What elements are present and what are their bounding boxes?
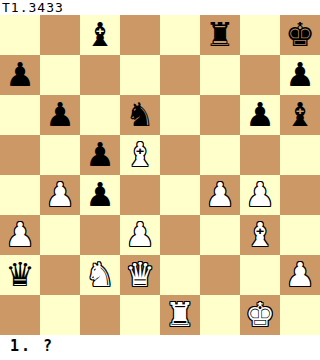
square-d4[interactable] [120,175,160,215]
square-g7[interactable] [240,55,280,95]
black-queen-a2: ♛ [5,255,35,295]
puzzle-id: T1.3433 [2,0,64,15]
square-a6[interactable] [0,95,40,135]
square-a7[interactable]: ♟ [0,55,40,95]
black-bishop-h6: ♝ [285,95,315,135]
square-d6[interactable]: ♞ [120,95,160,135]
black-knight-d6: ♞ [125,95,155,135]
square-d7[interactable] [120,55,160,95]
square-g3[interactable]: ♝ [240,215,280,255]
square-c4[interactable]: ♟ [80,175,120,215]
square-g6[interactable]: ♟ [240,95,280,135]
square-c7[interactable] [80,55,120,95]
square-e8[interactable] [160,15,200,55]
square-d3[interactable]: ♟ [120,215,160,255]
square-b6[interactable]: ♟ [40,95,80,135]
square-a3[interactable]: ♟ [0,215,40,255]
square-c2[interactable]: ♞ [80,255,120,295]
square-b4[interactable]: ♟ [40,175,80,215]
white-king-g1: ♚ [245,295,275,335]
square-h7[interactable]: ♟ [280,55,320,95]
square-e5[interactable] [160,135,200,175]
white-pawn-h2: ♟ [285,255,315,295]
square-g8[interactable] [240,15,280,55]
white-pawn-d3: ♟ [125,215,155,255]
square-h6[interactable]: ♝ [280,95,320,135]
black-pawn-g6: ♟ [245,95,275,135]
square-h2[interactable]: ♟ [280,255,320,295]
white-bishop-d5: ♝ [125,135,155,175]
white-pawn-b4: ♟ [45,175,75,215]
square-d5[interactable]: ♝ [120,135,160,175]
square-a4[interactable] [0,175,40,215]
square-a1[interactable] [0,295,40,335]
black-pawn-b6: ♟ [45,95,75,135]
square-e6[interactable] [160,95,200,135]
black-pawn-h7: ♟ [285,55,315,95]
square-f1[interactable] [200,295,240,335]
black-king-h8: ♚ [285,15,315,55]
square-f4[interactable]: ♟ [200,175,240,215]
square-f3[interactable] [200,215,240,255]
white-knight-c2: ♞ [85,255,115,295]
square-f7[interactable] [200,55,240,95]
square-c3[interactable] [80,215,120,255]
move-prompt: 1. ? [10,337,54,355]
square-e7[interactable] [160,55,200,95]
black-rook-f8: ♜ [205,15,235,55]
square-g1[interactable]: ♚ [240,295,280,335]
square-d8[interactable] [120,15,160,55]
square-h1[interactable] [280,295,320,335]
square-g2[interactable] [240,255,280,295]
square-h4[interactable] [280,175,320,215]
square-e2[interactable] [160,255,200,295]
chess-board: ♝♜♚♟♟♟♞♟♝♟♝♟♟♟♟♟♟♝♛♞♛♟♜♚ [0,15,320,335]
square-c5[interactable]: ♟ [80,135,120,175]
square-d2[interactable]: ♛ [120,255,160,295]
square-h5[interactable] [280,135,320,175]
black-pawn-c5: ♟ [85,135,115,175]
white-pawn-g4: ♟ [245,175,275,215]
square-c6[interactable] [80,95,120,135]
square-d1[interactable] [120,295,160,335]
square-a2[interactable]: ♛ [0,255,40,295]
square-f2[interactable] [200,255,240,295]
black-bishop-c8: ♝ [85,15,115,55]
square-c1[interactable] [80,295,120,335]
square-g5[interactable] [240,135,280,175]
square-b3[interactable] [40,215,80,255]
square-f5[interactable] [200,135,240,175]
square-b8[interactable] [40,15,80,55]
square-f8[interactable]: ♜ [200,15,240,55]
black-pawn-c4: ♟ [85,175,115,215]
square-c8[interactable]: ♝ [80,15,120,55]
square-h8[interactable]: ♚ [280,15,320,55]
square-f6[interactable] [200,95,240,135]
black-pawn-a7: ♟ [5,55,35,95]
square-e3[interactable] [160,215,200,255]
white-pawn-a3: ♟ [5,215,35,255]
white-pawn-f4: ♟ [205,175,235,215]
white-bishop-g3: ♝ [245,215,275,255]
square-b7[interactable] [40,55,80,95]
square-a8[interactable] [0,15,40,55]
square-b2[interactable] [40,255,80,295]
square-g4[interactable]: ♟ [240,175,280,215]
white-rook-e1: ♜ [165,295,195,335]
square-h3[interactable] [280,215,320,255]
square-a5[interactable] [0,135,40,175]
square-e4[interactable] [160,175,200,215]
square-e1[interactable]: ♜ [160,295,200,335]
square-b1[interactable] [40,295,80,335]
square-b5[interactable] [40,135,80,175]
white-queen-d2: ♛ [125,255,155,295]
